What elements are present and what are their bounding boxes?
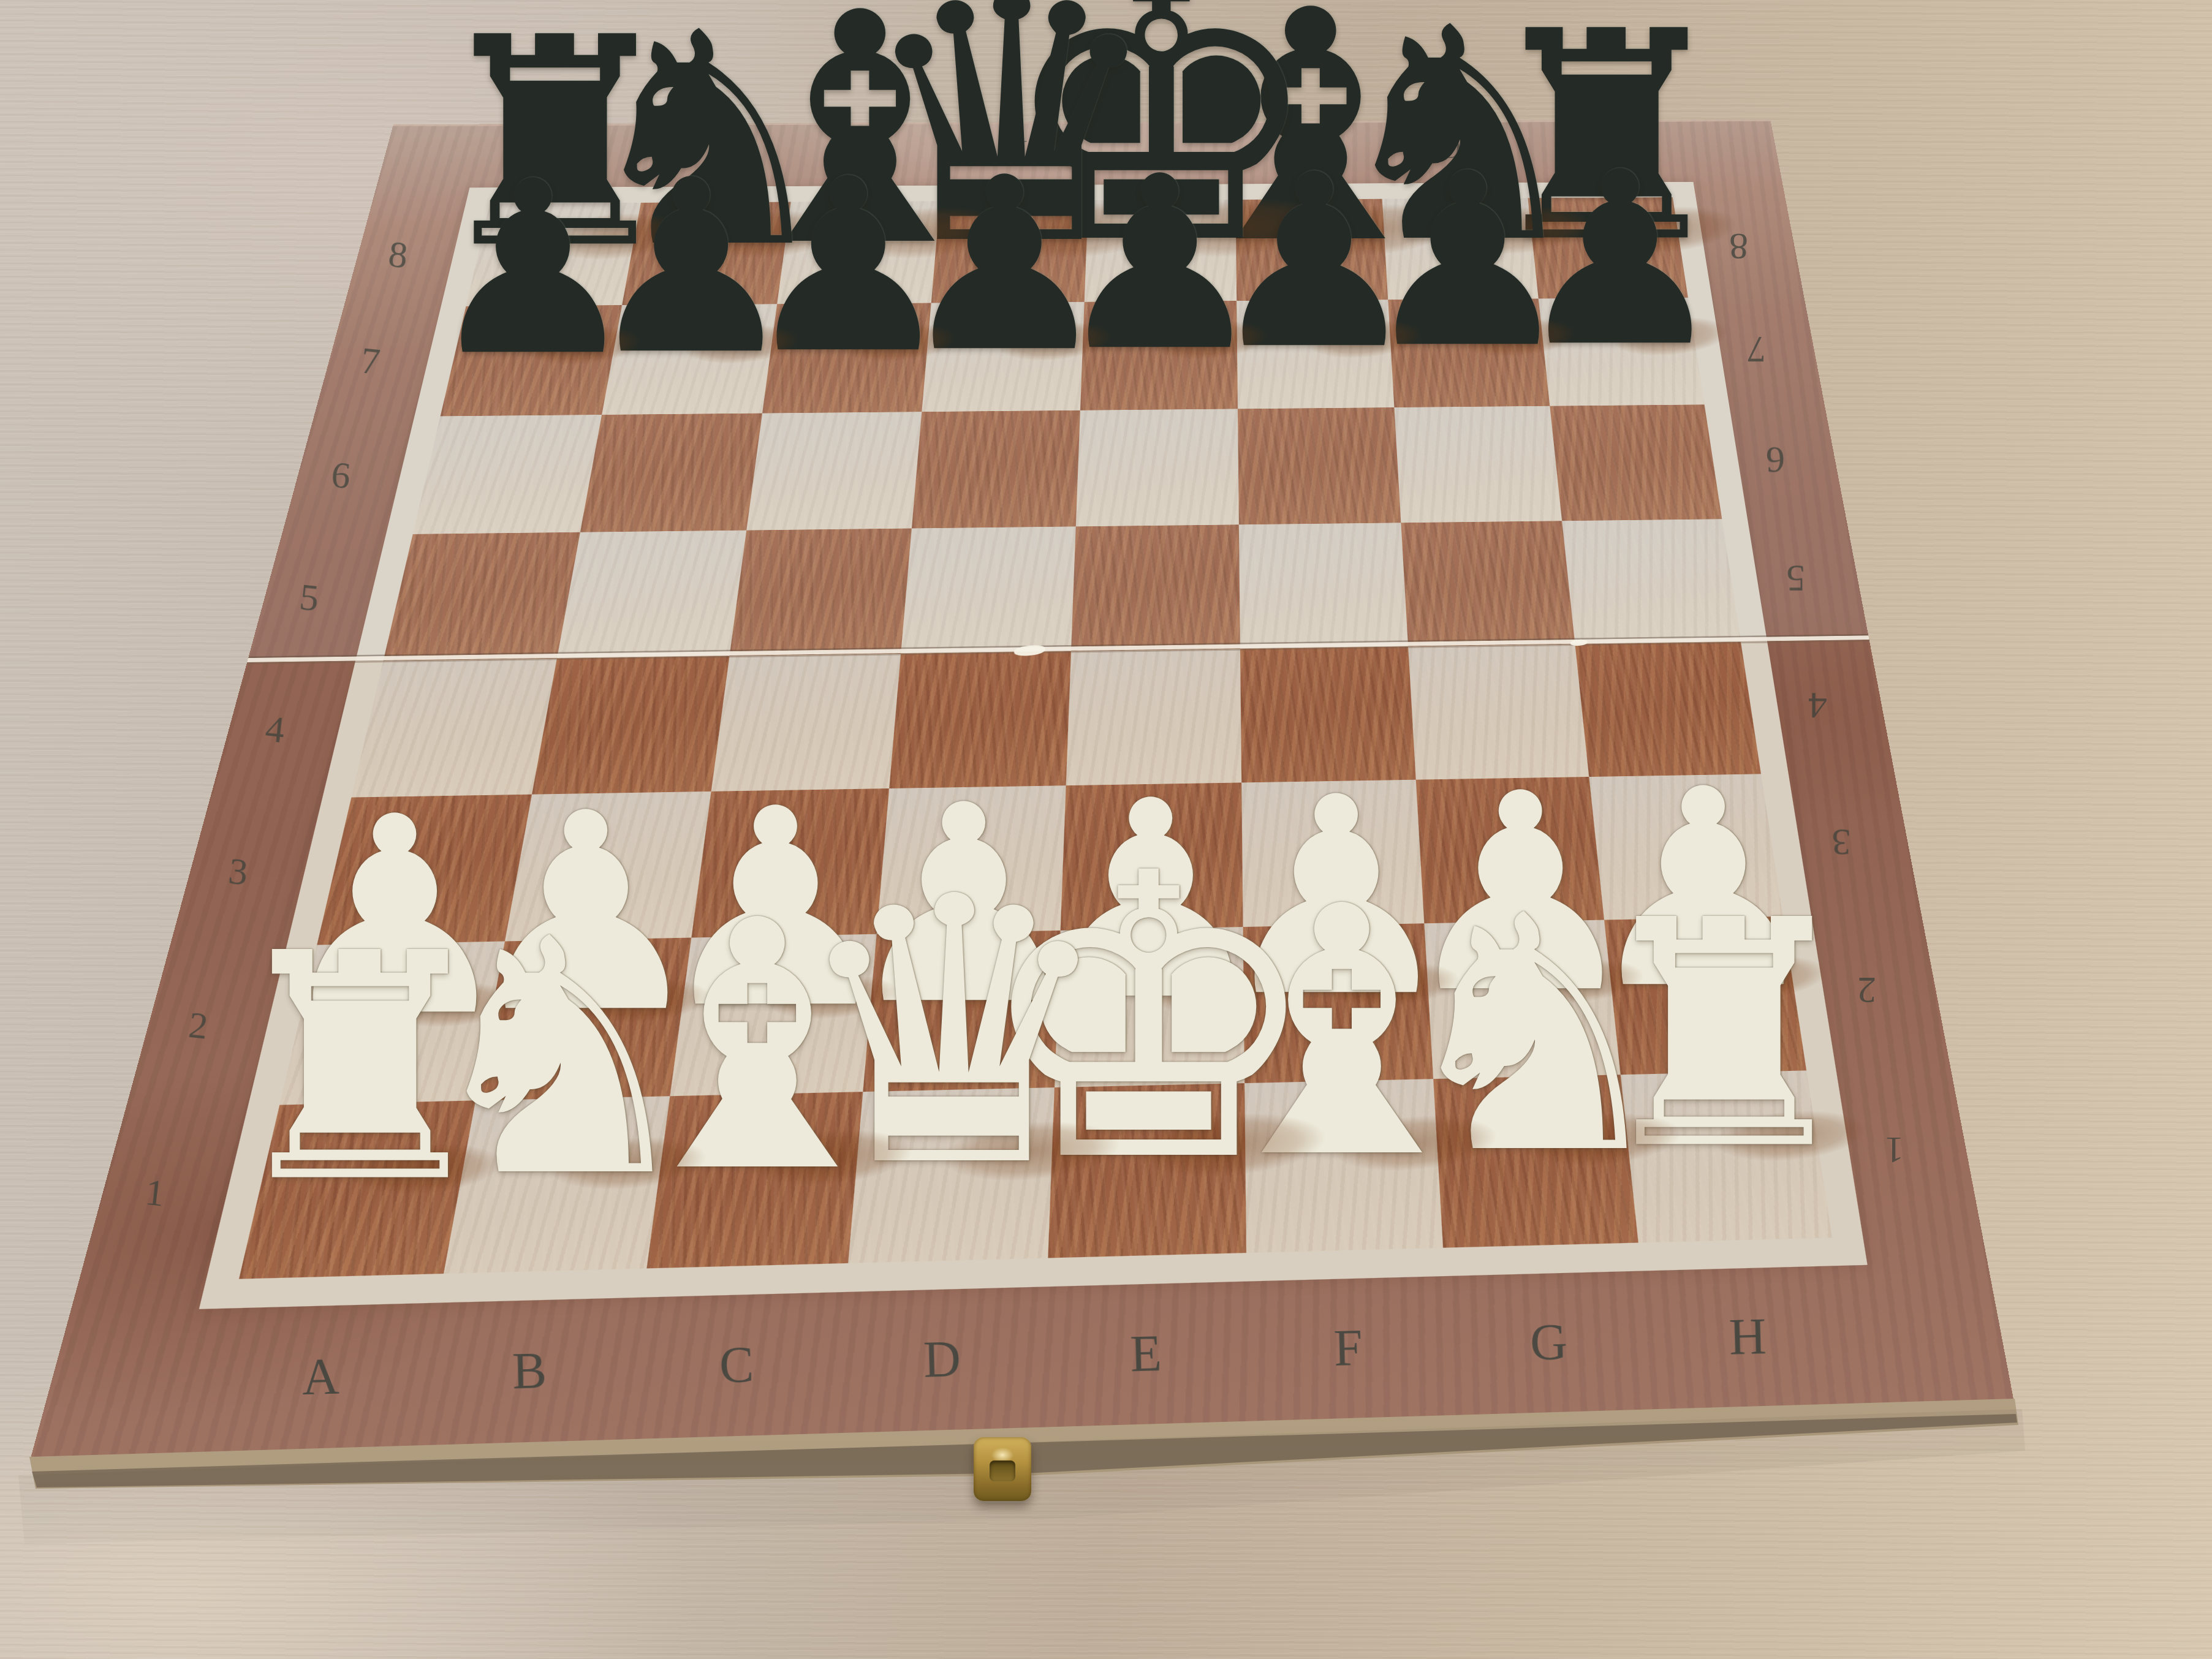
square-b6[interactable] bbox=[580, 414, 762, 532]
square-g5[interactable] bbox=[1401, 521, 1575, 646]
square-c5[interactable] bbox=[730, 528, 912, 656]
square-d5[interactable] bbox=[901, 526, 1076, 653]
square-h5[interactable] bbox=[1562, 519, 1741, 644]
square-e5[interactable] bbox=[1071, 524, 1240, 651]
square-d6[interactable] bbox=[912, 410, 1080, 529]
square-a5[interactable] bbox=[383, 532, 580, 661]
square-f5[interactable] bbox=[1239, 523, 1408, 649]
square-h6[interactable] bbox=[1550, 404, 1722, 521]
white-rook-a1[interactable]: ♜ bbox=[204, 913, 517, 1225]
square-c6[interactable] bbox=[746, 412, 922, 530]
square-e6[interactable] bbox=[1076, 409, 1239, 526]
square-b5[interactable] bbox=[557, 531, 746, 659]
square-g6[interactable] bbox=[1394, 406, 1562, 523]
brass-clasp-icon bbox=[974, 1437, 1031, 1501]
black-pawn-a7[interactable]: ♟ bbox=[414, 149, 653, 388]
square-f6[interactable] bbox=[1238, 407, 1401, 524]
photo-scene: AA88BB77CC66DD55EE44FF33GG22HH11 ♜♞♝♛♚♝♞… bbox=[0, 0, 2212, 1659]
square-a6[interactable] bbox=[413, 415, 602, 534]
